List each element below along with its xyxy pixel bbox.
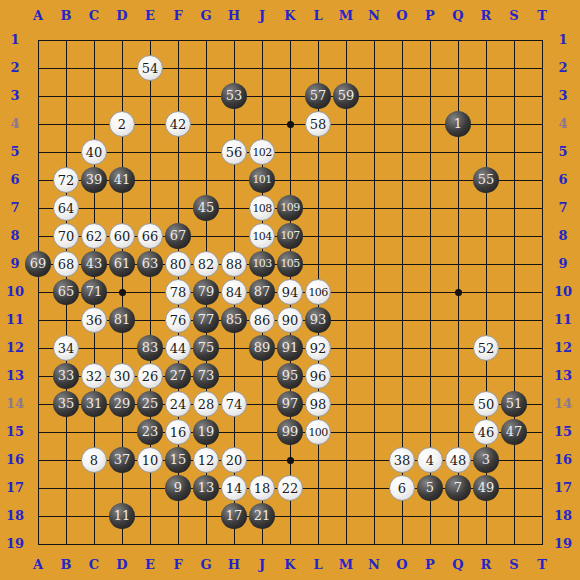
go-stone-black-95-K13: 95 <box>277 363 303 389</box>
row-label-left-15: 15 <box>2 418 28 446</box>
go-stone-black-89-J12: 89 <box>249 335 275 361</box>
row-label-left-11: 11 <box>2 306 28 334</box>
go-stone-black-97-K14: 97 <box>277 391 303 417</box>
go-stone-white-68-B9: 68 <box>53 251 79 277</box>
go-stone-white-44-F12: 44 <box>165 335 191 361</box>
go-stone-white-58-L4: 58 <box>305 111 331 137</box>
go-stone-white-20-H16: 20 <box>221 447 247 473</box>
go-stone-black-19-G15: 19 <box>193 419 219 445</box>
row-label-left-10: 10 <box>2 278 28 306</box>
go-stone-black-13-G17: 13 <box>193 475 219 501</box>
go-stone-black-41-D6: 41 <box>109 167 135 193</box>
row-label-right-17: 17 <box>550 474 576 502</box>
go-stone-white-50-R14: 50 <box>473 391 499 417</box>
go-stone-white-76-F11: 76 <box>165 307 191 333</box>
go-stone-black-39-C6: 39 <box>81 167 107 193</box>
go-stone-black-11-D18: 11 <box>109 503 135 529</box>
go-stone-white-48-Q16: 48 <box>445 447 471 473</box>
go-stone-white-28-G14: 28 <box>193 391 219 417</box>
go-stone-black-33-B13: 33 <box>53 363 79 389</box>
column-label-top-G: G <box>192 8 220 24</box>
go-stone-white-22-K17: 22 <box>277 475 303 501</box>
row-label-right-19: 19 <box>550 530 576 558</box>
go-stone-black-71-C10: 71 <box>81 279 107 305</box>
go-stone-white-34-B12: 34 <box>53 335 79 361</box>
column-label-top-P: P <box>416 8 444 24</box>
go-stone-black-43-C9: 43 <box>81 251 107 277</box>
row-label-right-5: 5 <box>550 138 576 166</box>
column-label-bottom-D: D <box>108 557 136 573</box>
column-label-top-T: T <box>528 8 556 24</box>
column-label-bottom-J: J <box>248 557 276 573</box>
go-stone-white-96-L13: 96 <box>305 363 331 389</box>
column-label-bottom-M: M <box>332 557 360 573</box>
column-label-bottom-N: N <box>360 557 388 573</box>
go-stone-black-77-G11: 77 <box>193 307 219 333</box>
go-stone-white-18-J17: 18 <box>249 475 275 501</box>
column-label-bottom-Q: Q <box>444 557 472 573</box>
row-label-left-6: 6 <box>2 166 28 194</box>
row-label-right-1: 1 <box>550 26 576 54</box>
row-label-right-3: 3 <box>550 82 576 110</box>
column-label-bottom-A: A <box>24 557 52 573</box>
row-label-left-14: 14 <box>2 390 28 418</box>
row-label-right-16: 16 <box>550 446 576 474</box>
row-label-left-13: 13 <box>2 362 28 390</box>
go-stone-white-88-H9: 88 <box>221 251 247 277</box>
star-point-K16 <box>287 457 294 464</box>
go-stone-white-94-K10: 94 <box>277 279 303 305</box>
go-stone-white-24-F14: 24 <box>165 391 191 417</box>
column-label-bottom-B: B <box>52 557 80 573</box>
column-label-bottom-R: R <box>472 557 500 573</box>
go-stone-white-82-G9: 82 <box>193 251 219 277</box>
go-stone-white-66-E8: 66 <box>137 223 163 249</box>
go-stone-white-80-F9: 80 <box>165 251 191 277</box>
column-label-top-M: M <box>332 8 360 24</box>
column-label-bottom-H: H <box>220 557 248 573</box>
column-label-top-D: D <box>108 8 136 24</box>
column-label-top-R: R <box>472 8 500 24</box>
go-stone-black-9-F17: 9 <box>165 475 191 501</box>
go-stone-black-73-G13: 73 <box>193 363 219 389</box>
go-stone-white-92-L12: 92 <box>305 335 331 361</box>
row-label-left-1: 1 <box>2 26 28 54</box>
go-stone-white-64-B7: 64 <box>53 195 79 221</box>
row-label-right-7: 7 <box>550 194 576 222</box>
go-stone-black-65-B10: 65 <box>53 279 79 305</box>
go-stone-black-17-H18: 17 <box>221 503 247 529</box>
go-stone-black-49-R17: 49 <box>473 475 499 501</box>
go-stone-black-109-K7: 109 <box>277 195 303 221</box>
go-stone-black-91-K12: 91 <box>277 335 303 361</box>
go-stone-black-21-J18: 21 <box>249 503 275 529</box>
go-stone-white-60-D8: 60 <box>109 223 135 249</box>
go-stone-white-108-J7: 108 <box>249 195 275 221</box>
row-label-right-14: 14 <box>550 390 576 418</box>
go-stone-black-105-K9: 105 <box>277 251 303 277</box>
go-stone-black-81-D11: 81 <box>109 307 135 333</box>
go-stone-white-78-F10: 78 <box>165 279 191 305</box>
go-stone-black-31-C14: 31 <box>81 391 107 417</box>
row-label-left-3: 3 <box>2 82 28 110</box>
go-stone-white-40-C5: 40 <box>81 139 107 165</box>
row-label-right-6: 6 <box>550 166 576 194</box>
go-stone-black-27-F13: 27 <box>165 363 191 389</box>
go-stone-white-36-C11: 36 <box>81 307 107 333</box>
row-label-left-12: 12 <box>2 334 28 362</box>
go-stone-black-23-E15: 23 <box>137 419 163 445</box>
go-stone-white-16-F15: 16 <box>165 419 191 445</box>
column-label-top-N: N <box>360 8 388 24</box>
row-label-right-18: 18 <box>550 502 576 530</box>
go-stone-black-7-Q17: 7 <box>445 475 471 501</box>
go-stone-white-56-H5: 56 <box>221 139 247 165</box>
go-stone-black-35-B14: 35 <box>53 391 79 417</box>
go-stone-black-45-G7: 45 <box>193 195 219 221</box>
go-stone-white-8-C16: 8 <box>81 447 107 473</box>
column-label-top-E: E <box>136 8 164 24</box>
row-label-right-10: 10 <box>550 278 576 306</box>
go-stone-black-5-P17: 5 <box>417 475 443 501</box>
go-stone-white-54-E2: 54 <box>137 55 163 81</box>
go-stone-black-85-H11: 85 <box>221 307 247 333</box>
column-label-bottom-P: P <box>416 557 444 573</box>
go-stone-black-101-J6: 101 <box>249 167 275 193</box>
row-label-left-5: 5 <box>2 138 28 166</box>
go-stone-white-84-H10: 84 <box>221 279 247 305</box>
go-stone-white-2-D4: 2 <box>109 111 135 137</box>
row-label-left-8: 8 <box>2 222 28 250</box>
column-label-top-S: S <box>500 8 528 24</box>
go-stone-black-51-S14: 51 <box>501 391 527 417</box>
row-label-left-19: 19 <box>2 530 28 558</box>
go-stone-white-62-C8: 62 <box>81 223 107 249</box>
column-label-bottom-G: G <box>192 557 220 573</box>
go-stone-black-59-M3: 59 <box>333 83 359 109</box>
column-label-top-K: K <box>276 8 304 24</box>
star-point-K4 <box>287 121 294 128</box>
column-label-bottom-E: E <box>136 557 164 573</box>
go-stone-white-74-H14: 74 <box>221 391 247 417</box>
row-label-right-12: 12 <box>550 334 576 362</box>
column-label-bottom-T: T <box>528 557 556 573</box>
go-stone-white-52-R12: 52 <box>473 335 499 361</box>
go-stone-white-42-F4: 42 <box>165 111 191 137</box>
row-label-right-4: 4 <box>550 110 576 138</box>
go-stone-black-53-H3: 53 <box>221 83 247 109</box>
go-stone-white-6-O17: 6 <box>389 475 415 501</box>
go-stone-black-47-S15: 47 <box>501 419 527 445</box>
column-label-top-L: L <box>304 8 332 24</box>
go-stone-black-69-A9: 69 <box>25 251 51 277</box>
column-label-top-B: B <box>52 8 80 24</box>
go-stone-black-87-J10: 87 <box>249 279 275 305</box>
go-board: AABBCCDDEEFFGGHHJJKKLLMMNNOOPPQQRRSSTT11… <box>0 0 580 580</box>
go-stone-white-90-K11: 90 <box>277 307 303 333</box>
go-stone-white-72-B6: 72 <box>53 167 79 193</box>
column-label-top-F: F <box>164 8 192 24</box>
go-stone-white-102-J5: 102 <box>249 139 275 165</box>
go-stone-black-99-K15: 99 <box>277 419 303 445</box>
go-stone-black-67-F8: 67 <box>165 223 191 249</box>
go-stone-black-29-D14: 29 <box>109 391 135 417</box>
go-stone-white-4-P16: 4 <box>417 447 443 473</box>
column-label-top-A: A <box>24 8 52 24</box>
go-stone-white-70-B8: 70 <box>53 223 79 249</box>
go-stone-white-46-R15: 46 <box>473 419 499 445</box>
row-label-left-17: 17 <box>2 474 28 502</box>
go-stone-white-106-L10: 106 <box>305 279 331 305</box>
column-label-top-C: C <box>80 8 108 24</box>
row-label-left-7: 7 <box>2 194 28 222</box>
column-label-top-J: J <box>248 8 276 24</box>
go-stone-white-30-D13: 30 <box>109 363 135 389</box>
go-stone-white-38-O16: 38 <box>389 447 415 473</box>
go-stone-black-103-J9: 103 <box>249 251 275 277</box>
column-label-bottom-S: S <box>500 557 528 573</box>
go-stone-black-57-L3: 57 <box>305 83 331 109</box>
row-label-left-16: 16 <box>2 446 28 474</box>
go-stone-white-26-E13: 26 <box>137 363 163 389</box>
column-label-top-H: H <box>220 8 248 24</box>
go-stone-black-55-R6: 55 <box>473 167 499 193</box>
go-stone-black-83-E12: 83 <box>137 335 163 361</box>
go-stone-white-100-L15: 100 <box>305 419 331 445</box>
go-stone-white-14-H17: 14 <box>221 475 247 501</box>
go-stone-black-25-E14: 25 <box>137 391 163 417</box>
go-stone-white-86-J11: 86 <box>249 307 275 333</box>
row-label-left-18: 18 <box>2 502 28 530</box>
go-stone-black-75-G12: 75 <box>193 335 219 361</box>
go-stone-white-104-J8: 104 <box>249 223 275 249</box>
go-stone-white-32-C13: 32 <box>81 363 107 389</box>
column-label-bottom-F: F <box>164 557 192 573</box>
go-stone-white-10-E16: 10 <box>137 447 163 473</box>
row-label-left-2: 2 <box>2 54 28 82</box>
go-stone-black-79-G10: 79 <box>193 279 219 305</box>
column-label-top-O: O <box>388 8 416 24</box>
go-stone-black-63-E9: 63 <box>137 251 163 277</box>
row-label-right-15: 15 <box>550 418 576 446</box>
row-label-right-2: 2 <box>550 54 576 82</box>
go-stone-black-3-R16: 3 <box>473 447 499 473</box>
star-point-Q10 <box>455 289 462 296</box>
go-stone-white-98-L14: 98 <box>305 391 331 417</box>
column-label-bottom-O: O <box>388 557 416 573</box>
row-label-left-4: 4 <box>2 110 28 138</box>
column-label-bottom-C: C <box>80 557 108 573</box>
go-stone-black-37-D16: 37 <box>109 447 135 473</box>
go-stone-black-1-Q4: 1 <box>445 111 471 137</box>
go-stone-white-12-G16: 12 <box>193 447 219 473</box>
go-stone-black-107-K8: 107 <box>277 223 303 249</box>
column-label-bottom-L: L <box>304 557 332 573</box>
column-label-bottom-K: K <box>276 557 304 573</box>
column-label-top-Q: Q <box>444 8 472 24</box>
row-label-right-13: 13 <box>550 362 576 390</box>
star-point-D10 <box>119 289 126 296</box>
go-stone-black-61-D9: 61 <box>109 251 135 277</box>
go-stone-black-15-F16: 15 <box>165 447 191 473</box>
row-label-right-8: 8 <box>550 222 576 250</box>
go-stone-black-93-L11: 93 <box>305 307 331 333</box>
row-label-right-11: 11 <box>550 306 576 334</box>
row-label-right-9: 9 <box>550 250 576 278</box>
